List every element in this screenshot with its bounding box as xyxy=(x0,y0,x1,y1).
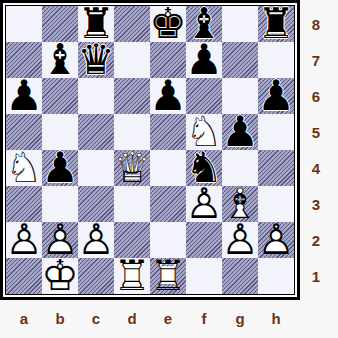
square-b6[interactable] xyxy=(42,78,78,114)
rank-labels: 87654321 xyxy=(300,6,332,294)
board-frame: ♜♚♝♜♝♛♟♟♟♟♞♘♟♞♘♟♛♕♞♟♙♝♗♟♙♟♙♟♙♟♙♟♙♚♔♜♖♜♖ xyxy=(0,0,300,300)
square-f3[interactable]: ♟♙ xyxy=(186,186,222,222)
square-g1[interactable] xyxy=(222,258,258,294)
chess-board: ♜♚♝♜♝♛♟♟♟♟♞♘♟♞♘♟♛♕♞♟♙♝♗♟♙♟♙♟♙♟♙♟♙♚♔♜♖♜♖ xyxy=(5,5,295,295)
square-c5[interactable] xyxy=(78,114,114,150)
square-g4[interactable] xyxy=(222,150,258,186)
square-a1[interactable] xyxy=(6,258,42,294)
rank-label-7: 7 xyxy=(300,42,332,78)
white-pawn: ♟♙ xyxy=(258,222,294,258)
chess-diagram: ♜♚♝♜♝♛♟♟♟♟♞♘♟♞♘♟♛♕♞♟♙♝♗♟♙♟♙♟♙♟♙♟♙♚♔♜♖♜♖ … xyxy=(0,0,338,338)
white-pawn: ♟♙ xyxy=(222,222,258,258)
square-c7[interactable]: ♛ xyxy=(78,42,114,78)
rank-label-6: 6 xyxy=(300,78,332,114)
square-c4[interactable] xyxy=(78,150,114,186)
square-h1[interactable] xyxy=(258,258,294,294)
square-h2[interactable]: ♟♙ xyxy=(258,222,294,258)
black-knight: ♞ xyxy=(186,150,222,186)
file-label-e: e xyxy=(150,308,186,328)
white-pawn: ♟♙ xyxy=(42,222,78,258)
square-g6[interactable] xyxy=(222,78,258,114)
black-pawn: ♟ xyxy=(222,114,258,150)
white-pawn: ♟♙ xyxy=(78,222,114,258)
square-d8[interactable] xyxy=(114,6,150,42)
square-e1[interactable]: ♜♖ xyxy=(150,258,186,294)
file-labels: abcdefgh xyxy=(6,308,294,328)
square-h5[interactable] xyxy=(258,114,294,150)
square-e4[interactable] xyxy=(150,150,186,186)
square-d6[interactable] xyxy=(114,78,150,114)
square-g2[interactable]: ♟♙ xyxy=(222,222,258,258)
rank-label-8: 8 xyxy=(300,6,332,42)
rank-label-4: 4 xyxy=(300,150,332,186)
square-a4[interactable]: ♞♘ xyxy=(6,150,42,186)
square-b2[interactable]: ♟♙ xyxy=(42,222,78,258)
square-e6[interactable]: ♟ xyxy=(150,78,186,114)
square-f7[interactable]: ♟ xyxy=(186,42,222,78)
square-d2[interactable] xyxy=(114,222,150,258)
square-c3[interactable] xyxy=(78,186,114,222)
square-b5[interactable] xyxy=(42,114,78,150)
square-f1[interactable] xyxy=(186,258,222,294)
white-knight: ♞♘ xyxy=(186,114,222,150)
square-e7[interactable] xyxy=(150,42,186,78)
square-g5[interactable]: ♟ xyxy=(222,114,258,150)
black-pawn: ♟ xyxy=(258,78,294,114)
file-label-h: h xyxy=(258,308,294,328)
black-pawn: ♟ xyxy=(42,150,78,186)
square-a5[interactable] xyxy=(6,114,42,150)
square-b3[interactable] xyxy=(42,186,78,222)
square-h4[interactable] xyxy=(258,150,294,186)
square-f5[interactable]: ♞♘ xyxy=(186,114,222,150)
black-king: ♚ xyxy=(150,6,186,42)
black-bishop: ♝ xyxy=(186,6,222,42)
square-d7[interactable] xyxy=(114,42,150,78)
white-pawn: ♟♙ xyxy=(186,186,222,222)
square-d5[interactable] xyxy=(114,114,150,150)
square-b7[interactable]: ♝ xyxy=(42,42,78,78)
square-a2[interactable]: ♟♙ xyxy=(6,222,42,258)
square-c2[interactable]: ♟♙ xyxy=(78,222,114,258)
square-d3[interactable] xyxy=(114,186,150,222)
square-b1[interactable]: ♚♔ xyxy=(42,258,78,294)
square-g3[interactable]: ♝♗ xyxy=(222,186,258,222)
white-knight: ♞♘ xyxy=(6,150,42,186)
black-rook: ♜ xyxy=(258,6,294,42)
rank-label-2: 2 xyxy=(300,222,332,258)
black-pawn: ♟ xyxy=(150,78,186,114)
square-d4[interactable]: ♛♕ xyxy=(114,150,150,186)
white-rook: ♜♖ xyxy=(150,258,186,294)
file-label-a: a xyxy=(6,308,42,328)
square-f8[interactable]: ♝ xyxy=(186,6,222,42)
square-g7[interactable] xyxy=(222,42,258,78)
black-pawn: ♟ xyxy=(6,78,42,114)
square-g8[interactable] xyxy=(222,6,258,42)
white-bishop: ♝♗ xyxy=(222,186,258,222)
file-label-c: c xyxy=(78,308,114,328)
square-e2[interactable] xyxy=(150,222,186,258)
square-f6[interactable] xyxy=(186,78,222,114)
square-h6[interactable]: ♟ xyxy=(258,78,294,114)
square-a7[interactable] xyxy=(6,42,42,78)
square-c1[interactable] xyxy=(78,258,114,294)
rank-label-3: 3 xyxy=(300,186,332,222)
square-a6[interactable]: ♟ xyxy=(6,78,42,114)
rank-label-5: 5 xyxy=(300,114,332,150)
square-a8[interactable] xyxy=(6,6,42,42)
square-d1[interactable]: ♜♖ xyxy=(114,258,150,294)
white-pawn: ♟♙ xyxy=(6,222,42,258)
square-f2[interactable] xyxy=(186,222,222,258)
square-a3[interactable] xyxy=(6,186,42,222)
square-f4[interactable]: ♞ xyxy=(186,150,222,186)
black-pawn: ♟ xyxy=(186,42,222,78)
square-e3[interactable] xyxy=(150,186,186,222)
square-c8[interactable]: ♜ xyxy=(78,6,114,42)
square-h3[interactable] xyxy=(258,186,294,222)
white-rook: ♜♖ xyxy=(114,258,150,294)
square-e8[interactable]: ♚ xyxy=(150,6,186,42)
square-e5[interactable] xyxy=(150,114,186,150)
rank-label-1: 1 xyxy=(300,258,332,294)
square-h7[interactable] xyxy=(258,42,294,78)
square-h8[interactable]: ♜ xyxy=(258,6,294,42)
white-queen: ♛♕ xyxy=(114,150,150,186)
square-b4[interactable]: ♟ xyxy=(42,150,78,186)
file-label-b: b xyxy=(42,308,78,328)
white-king: ♚♔ xyxy=(42,258,78,294)
square-c6[interactable] xyxy=(78,78,114,114)
black-queen: ♛ xyxy=(78,42,114,78)
square-b8[interactable] xyxy=(42,6,78,42)
file-label-f: f xyxy=(186,308,222,328)
black-bishop: ♝ xyxy=(42,42,78,78)
file-label-g: g xyxy=(222,308,258,328)
file-label-d: d xyxy=(114,308,150,328)
black-rook: ♜ xyxy=(78,6,114,42)
